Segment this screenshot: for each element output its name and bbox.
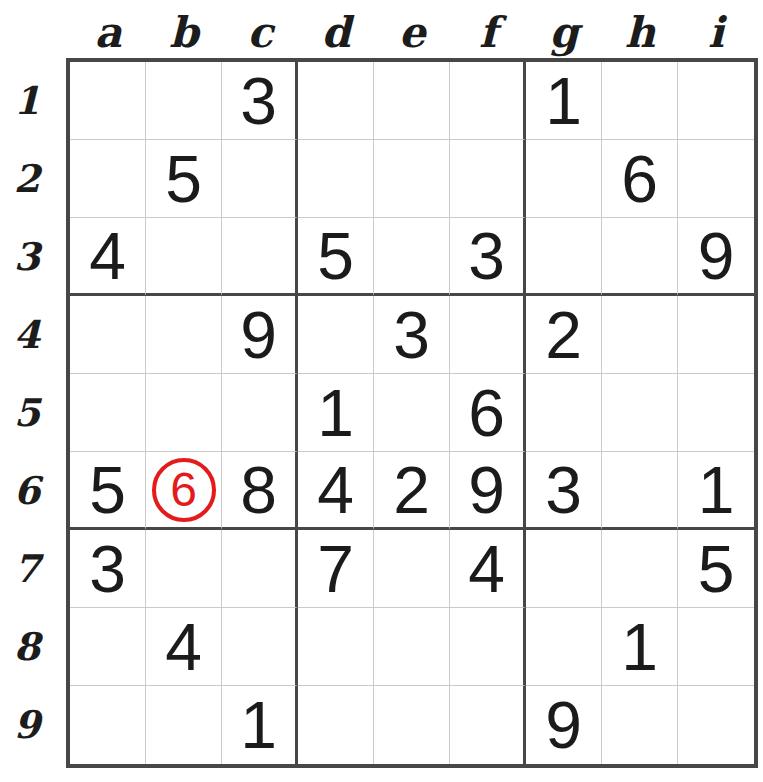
cell-digit-i3: 9 [698, 223, 735, 289]
cell-digit-b8: 4 [165, 614, 202, 680]
column-label-c: c [222, 0, 298, 58]
cell-h3[interactable] [602, 218, 678, 296]
cell-f4[interactable] [450, 296, 526, 374]
cell-digit-f3: 3 [468, 223, 505, 289]
cell-digit-a3: 4 [89, 223, 126, 289]
cell-b6[interactable]: 6 [146, 452, 222, 530]
cell-i6[interactable]: 1 [678, 452, 754, 530]
cell-f6[interactable]: 9 [450, 452, 526, 530]
cell-digit-g1: 1 [545, 68, 582, 134]
cell-digit-e6: 2 [393, 457, 430, 523]
row-label-6: 6 [0, 452, 66, 530]
cell-digit-h2: 6 [621, 146, 658, 212]
cell-c7[interactable] [222, 530, 298, 608]
cell-b3[interactable] [146, 218, 222, 296]
cell-digit-d6: 4 [317, 457, 354, 523]
cell-d4[interactable] [298, 296, 374, 374]
cell-a1[interactable] [70, 62, 146, 140]
cell-h2[interactable]: 6 [602, 140, 678, 218]
cell-f1[interactable] [450, 62, 526, 140]
cell-c3[interactable] [222, 218, 298, 296]
cell-e2[interactable] [374, 140, 450, 218]
cell-h7[interactable] [602, 530, 678, 608]
cell-f7[interactable]: 4 [450, 530, 526, 608]
cell-digit-g4: 2 [545, 302, 582, 368]
cell-e1[interactable] [374, 62, 450, 140]
cell-f8[interactable] [450, 608, 526, 686]
cell-h4[interactable] [602, 296, 678, 374]
cell-digit-c6: 8 [240, 457, 277, 523]
cell-c4[interactable]: 9 [222, 296, 298, 374]
cell-c5[interactable] [222, 374, 298, 452]
cell-b2[interactable]: 5 [146, 140, 222, 218]
cell-digit-e4: 3 [393, 302, 430, 368]
cell-c1[interactable]: 3 [222, 62, 298, 140]
cell-e8[interactable] [374, 608, 450, 686]
row-label-5: 5 [0, 374, 66, 452]
cell-i4[interactable] [678, 296, 754, 374]
cell-b4[interactable] [146, 296, 222, 374]
cell-e5[interactable] [374, 374, 450, 452]
cell-g4[interactable]: 2 [526, 296, 602, 374]
cell-e3[interactable] [374, 218, 450, 296]
cell-c9[interactable]: 1 [222, 686, 298, 764]
cell-g1[interactable]: 1 [526, 62, 602, 140]
cell-i8[interactable] [678, 608, 754, 686]
highlighted-digit-circle: 6 [152, 458, 216, 522]
cell-i1[interactable] [678, 62, 754, 140]
cell-g5[interactable] [526, 374, 602, 452]
cell-digit-d3: 5 [317, 223, 354, 289]
cell-g2[interactable] [526, 140, 602, 218]
cell-digit-i6: 1 [698, 457, 735, 523]
cell-d7[interactable]: 7 [298, 530, 374, 608]
column-label-g: g [526, 0, 602, 58]
cell-digit-i7: 5 [698, 536, 735, 602]
cell-digit-d7: 7 [317, 536, 354, 602]
cell-a3[interactable]: 4 [70, 218, 146, 296]
cell-a6[interactable]: 5 [70, 452, 146, 530]
cell-digit-d5: 1 [317, 380, 354, 446]
cell-d5[interactable]: 1 [298, 374, 374, 452]
sudoku-page: abcdefghi 123456789 31564539932165684293… [0, 0, 763, 782]
cell-h5[interactable] [602, 374, 678, 452]
cell-digit-g9: 9 [545, 692, 582, 758]
cell-f9[interactable] [450, 686, 526, 764]
cell-b1[interactable] [146, 62, 222, 140]
column-labels: abcdefghi [70, 0, 754, 58]
column-label-f: f [450, 0, 526, 58]
cell-i9[interactable] [678, 686, 754, 764]
cell-f3[interactable]: 3 [450, 218, 526, 296]
cell-digit-h8: 1 [621, 614, 658, 680]
column-label-d: d [298, 0, 374, 58]
cell-c6[interactable]: 8 [222, 452, 298, 530]
cell-a8[interactable] [70, 608, 146, 686]
row-label-7: 7 [0, 530, 66, 608]
cell-a7[interactable]: 3 [70, 530, 146, 608]
sudoku-board: 31564539932165684293137454119 [66, 58, 758, 768]
cell-d6[interactable]: 4 [298, 452, 374, 530]
cell-d3[interactable]: 5 [298, 218, 374, 296]
cell-c2[interactable] [222, 140, 298, 218]
cell-digit-c1: 3 [240, 68, 277, 134]
row-label-4: 4 [0, 296, 66, 374]
cell-g9[interactable]: 9 [526, 686, 602, 764]
cell-d8[interactable] [298, 608, 374, 686]
cell-a4[interactable] [70, 296, 146, 374]
column-label-a: a [70, 0, 146, 58]
row-label-1: 1 [0, 62, 66, 140]
column-label-h: h [602, 0, 678, 58]
cell-h1[interactable] [602, 62, 678, 140]
cell-c8[interactable] [222, 608, 298, 686]
cell-i5[interactable] [678, 374, 754, 452]
cell-digit-a6: 5 [89, 457, 126, 523]
cell-digit-f6: 9 [468, 457, 505, 523]
cell-f2[interactable] [450, 140, 526, 218]
cell-digit-b2: 5 [165, 146, 202, 212]
cell-e6[interactable]: 2 [374, 452, 450, 530]
cell-digit-c9: 1 [240, 692, 277, 758]
cell-b5[interactable] [146, 374, 222, 452]
row-label-2: 2 [0, 140, 66, 218]
cell-d2[interactable] [298, 140, 374, 218]
cell-i7[interactable]: 5 [678, 530, 754, 608]
cell-b8[interactable]: 4 [146, 608, 222, 686]
cell-g6[interactable]: 3 [526, 452, 602, 530]
cell-e4[interactable]: 3 [374, 296, 450, 374]
cell-e9[interactable] [374, 686, 450, 764]
cell-g8[interactable] [526, 608, 602, 686]
cell-b9[interactable] [146, 686, 222, 764]
cell-e7[interactable] [374, 530, 450, 608]
cell-h8[interactable]: 1 [602, 608, 678, 686]
cell-a5[interactable] [70, 374, 146, 452]
row-labels: 123456789 [0, 62, 66, 764]
column-label-i: i [678, 0, 754, 58]
cell-d1[interactable] [298, 62, 374, 140]
cell-i3[interactable]: 9 [678, 218, 754, 296]
cell-digit-f7: 4 [468, 536, 505, 602]
cell-f5[interactable]: 6 [450, 374, 526, 452]
row-label-3: 3 [0, 218, 66, 296]
cell-g3[interactable] [526, 218, 602, 296]
cell-b7[interactable] [146, 530, 222, 608]
cell-digit-c4: 9 [240, 302, 277, 368]
cell-d9[interactable] [298, 686, 374, 764]
row-label-9: 9 [0, 686, 66, 764]
column-label-b: b [146, 0, 222, 58]
cell-a9[interactable] [70, 686, 146, 764]
row-label-8: 8 [0, 608, 66, 686]
cell-digit-g6: 3 [545, 457, 582, 523]
cell-h9[interactable] [602, 686, 678, 764]
column-label-e: e [374, 0, 450, 58]
cell-a2[interactable] [70, 140, 146, 218]
cell-h6[interactable] [602, 452, 678, 530]
cell-g7[interactable] [526, 530, 602, 608]
cell-i2[interactable] [678, 140, 754, 218]
cell-digit-a7: 3 [89, 536, 126, 602]
cell-digit-f5: 6 [468, 380, 505, 446]
